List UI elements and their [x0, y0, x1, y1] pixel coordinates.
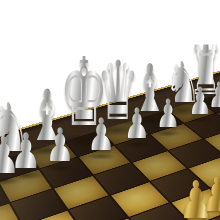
piece-silver-pawn-d2: ♟ — [124, 103, 151, 145]
piece-silver-pawn-h2: ♟ — [0, 131, 20, 181]
piece-silver-pawn-b2: ♟ — [188, 82, 212, 120]
chess-set-photo: ♟♞♟♝♟♚♟♛♟♝♟♞♟♜♟♟♟ — [0, 0, 220, 220]
piece-silver-pawn-c2: ♟ — [155, 95, 180, 134]
piece-silver-pawn-e2: ♟ — [87, 112, 116, 157]
piece-gold-pawn-partial: ♟ — [201, 172, 220, 219]
piece-silver-pawn-f2: ♟ — [45, 122, 75, 168]
pieces-layer: ♟♞♟♝♟♚♟♛♟♝♟♞♟♜♟♟♟ — [0, 0, 220, 220]
